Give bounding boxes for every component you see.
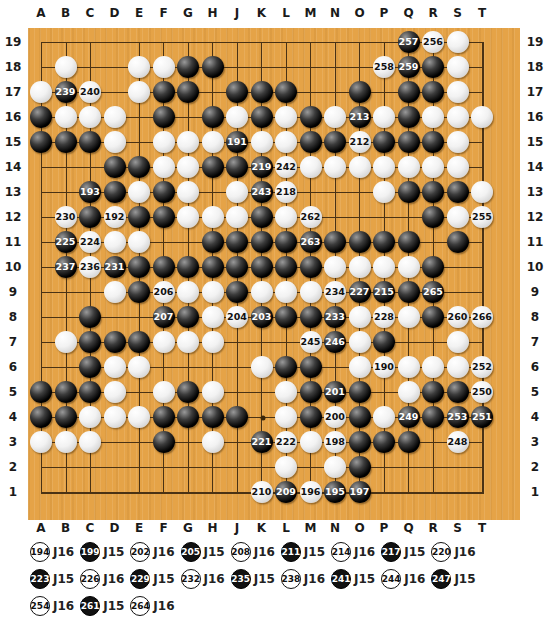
- stone-white-P14: [373, 156, 395, 178]
- stone-white-Q14: [398, 156, 420, 178]
- stone-white-M1: 196: [300, 481, 322, 503]
- col-label-top-O: O: [354, 6, 364, 20]
- stone-black-Q19: 257: [398, 31, 420, 53]
- go-diagram: AABBCCDDEEFFGGHHJJKKLLMMNNOOPPQQRRSSTT19…: [0, 0, 550, 633]
- stone-black-E12: [128, 206, 150, 228]
- stone-black-R13: [422, 181, 444, 203]
- stone-black-C5: [79, 381, 101, 403]
- stone-white-B3: [55, 431, 77, 453]
- black-move-disc-241: 241: [331, 569, 351, 589]
- black-move-disc-229: 229: [130, 569, 150, 589]
- col-label-bottom-L: L: [282, 521, 290, 535]
- stone-white-D16: [104, 106, 126, 128]
- ko-move-264: 264J16: [130, 596, 174, 616]
- stone-black-L8: [275, 306, 297, 328]
- stone-black-N1: 195: [324, 481, 346, 503]
- stone-white-B12: 230: [55, 206, 77, 228]
- ko-move-208: 208J16: [231, 542, 275, 562]
- stone-black-S4: 253: [447, 406, 469, 428]
- stone-black-Q11: [398, 231, 420, 253]
- col-label-bottom-J: J: [235, 521, 239, 535]
- black-move-disc-261: 261: [80, 596, 100, 616]
- stone-white-E13: [128, 181, 150, 203]
- stone-black-G8: [177, 306, 199, 328]
- stone-white-S3: 248: [447, 431, 469, 453]
- stone-black-H14: [202, 156, 224, 178]
- stone-white-C4: [79, 406, 101, 428]
- row-label-left-5: 5: [9, 385, 17, 399]
- stone-black-D13: [104, 181, 126, 203]
- stone-black-P11: [373, 231, 395, 253]
- row-label-left-6: 6: [9, 360, 17, 374]
- stone-white-M14: [300, 156, 322, 178]
- row-label-right-10: 10: [527, 260, 544, 274]
- stone-white-S19: [447, 31, 469, 53]
- stone-white-P6: 190: [373, 356, 395, 378]
- stone-white-E17: [128, 81, 150, 103]
- row-label-right-13: 13: [527, 185, 544, 199]
- stone-black-M8: [300, 306, 322, 328]
- row-label-right-2: 2: [531, 460, 539, 474]
- ko-move-232: 232J16: [181, 569, 225, 589]
- stone-white-G14: [177, 156, 199, 178]
- stone-white-Q8: [398, 306, 420, 328]
- stone-black-N5: 201: [324, 381, 346, 403]
- col-label-top-F: F: [159, 6, 167, 20]
- ko-move-coord: J15: [103, 599, 124, 613]
- stone-black-R12: [422, 206, 444, 228]
- stone-black-M6: [300, 356, 322, 378]
- stone-black-E14: [128, 156, 150, 178]
- ko-move-coord: J16: [153, 599, 174, 613]
- stone-white-F14: [153, 156, 175, 178]
- col-label-bottom-T: T: [478, 521, 486, 535]
- stone-black-R10: [422, 256, 444, 278]
- stone-black-P9: 215: [373, 281, 395, 303]
- ko-move-coord: J16: [53, 599, 74, 613]
- stone-white-S12: [447, 206, 469, 228]
- stone-black-E7: [128, 331, 150, 353]
- stone-black-P7: [373, 331, 395, 353]
- stone-black-J10: [226, 256, 248, 278]
- stone-white-Q10: [398, 256, 420, 278]
- black-move-disc-211: 211: [281, 542, 301, 562]
- stone-black-O2: [349, 456, 371, 478]
- stone-white-S7: [447, 331, 469, 353]
- col-label-bottom-D: D: [110, 521, 120, 535]
- col-label-bottom-K: K: [257, 521, 266, 535]
- stone-black-A5: [30, 381, 52, 403]
- stone-white-P10: [373, 256, 395, 278]
- row-label-right-7: 7: [531, 335, 539, 349]
- stone-white-N14: [324, 156, 346, 178]
- col-label-top-J: J: [235, 6, 239, 20]
- stone-black-Q3: [398, 431, 420, 453]
- ko-move-223: 223J15: [30, 569, 74, 589]
- col-label-bottom-H: H: [207, 521, 217, 535]
- black-move-disc-217: 217: [381, 542, 401, 562]
- stone-white-B7: [55, 331, 77, 353]
- stone-black-G5: [177, 381, 199, 403]
- stone-white-D4: [104, 406, 126, 428]
- stone-black-B5: [55, 381, 77, 403]
- stone-white-G9: [177, 281, 199, 303]
- ko-move-coord: J15: [103, 545, 124, 559]
- stone-white-L16: [275, 106, 297, 128]
- ko-move-coord: J16: [254, 545, 275, 559]
- col-label-top-P: P: [380, 6, 389, 20]
- white-move-disc-254: 254: [30, 596, 50, 616]
- stone-black-Q4: 249: [398, 406, 420, 428]
- stone-black-K10: [251, 256, 273, 278]
- stone-white-R19: 256: [422, 31, 444, 53]
- black-move-disc-205: 205: [181, 542, 201, 562]
- stone-white-L2: [275, 456, 297, 478]
- stone-white-N10: [324, 256, 346, 278]
- stone-black-Q13: [398, 181, 420, 203]
- ko-move-235: 235J15: [231, 569, 275, 589]
- ko-move-211: 211J15: [281, 542, 325, 562]
- ko-move-220: 220J16: [431, 542, 475, 562]
- white-move-disc-220: 220: [431, 542, 451, 562]
- ko-move-coord: J16: [103, 572, 124, 586]
- stone-white-H3: [202, 431, 224, 453]
- col-label-top-G: G: [183, 6, 193, 20]
- ko-move-coord: J15: [204, 545, 225, 559]
- stone-white-N2: [324, 456, 346, 478]
- ko-move-coord: J16: [304, 572, 325, 586]
- stone-black-D7: [104, 331, 126, 353]
- stone-black-B15: [55, 131, 77, 153]
- stone-white-A17: [30, 81, 52, 103]
- stone-black-M5: [300, 381, 322, 403]
- row-label-right-18: 18: [527, 60, 544, 74]
- stone-black-K14: 219: [251, 156, 273, 178]
- row-label-right-8: 8: [531, 310, 539, 324]
- stone-white-T13: [471, 181, 493, 203]
- row-label-right-15: 15: [527, 135, 544, 149]
- stone-black-K8: 203: [251, 306, 273, 328]
- stone-white-Q5: [398, 381, 420, 403]
- stone-white-S16: [447, 106, 469, 128]
- stone-black-Q17: [398, 81, 420, 103]
- ko-move-coord: J16: [404, 572, 425, 586]
- col-label-top-C: C: [86, 6, 95, 20]
- stone-black-T4: 251: [471, 406, 493, 428]
- stone-white-E4: [128, 406, 150, 428]
- stone-black-B11: 225: [55, 231, 77, 253]
- stone-black-A16: [30, 106, 52, 128]
- stone-black-F17: [153, 81, 175, 103]
- ko-move-244: 244J16: [381, 569, 425, 589]
- stone-black-O3: [349, 431, 371, 453]
- ko-caption-row-3: 254J16261J15264J16: [30, 594, 535, 618]
- stone-black-J11: [226, 231, 248, 253]
- ko-move-214: 214J16: [331, 542, 375, 562]
- col-label-bottom-C: C: [86, 521, 95, 535]
- stone-black-R18: [422, 56, 444, 78]
- white-move-disc-202: 202: [130, 542, 150, 562]
- black-move-disc-247: 247: [431, 569, 451, 589]
- row-label-right-6: 6: [531, 360, 539, 374]
- row-label-left-19: 19: [5, 35, 22, 49]
- stone-white-F7: [153, 331, 175, 353]
- stone-white-K6: [251, 356, 273, 378]
- col-label-bottom-P: P: [380, 521, 389, 535]
- col-label-top-M: M: [305, 6, 317, 20]
- col-label-top-E: E: [135, 6, 143, 20]
- stone-black-R5: [422, 381, 444, 403]
- stone-black-N11: [324, 231, 346, 253]
- stone-white-J8: 204: [226, 306, 248, 328]
- col-label-top-B: B: [61, 6, 70, 20]
- ko-move-coord: J15: [254, 572, 275, 586]
- stone-white-K1: 210: [251, 481, 273, 503]
- stone-black-C8: [79, 306, 101, 328]
- stone-white-A3: [30, 431, 52, 453]
- stone-white-T8: 266: [471, 306, 493, 328]
- ko-move-241: 241J15: [331, 569, 375, 589]
- stone-white-H7: [202, 331, 224, 353]
- stone-white-M7: 245: [300, 331, 322, 353]
- row-label-right-3: 3: [531, 435, 539, 449]
- row-label-right-14: 14: [527, 160, 544, 174]
- stone-black-O11: [349, 231, 371, 253]
- stone-black-N8: 233: [324, 306, 346, 328]
- stone-white-D12: 192: [104, 206, 126, 228]
- ko-move-coord: J16: [204, 572, 225, 586]
- stone-black-J17: [226, 81, 248, 103]
- stone-black-M4: [300, 406, 322, 428]
- ko-move-coord: J16: [354, 545, 375, 559]
- stone-black-P3: [373, 431, 395, 453]
- stone-white-K15: [251, 131, 273, 153]
- row-label-left-2: 2: [9, 460, 17, 474]
- stone-white-S14: [447, 156, 469, 178]
- row-label-left-1: 1: [9, 485, 17, 499]
- stone-black-K12: [251, 206, 273, 228]
- ko-move-coord: J15: [404, 545, 425, 559]
- stone-white-E6: [128, 356, 150, 378]
- ko-move-194: 194J16: [30, 542, 74, 562]
- stone-black-H16: [202, 106, 224, 128]
- stone-black-K16: [251, 106, 273, 128]
- stone-white-F15: [153, 131, 175, 153]
- row-label-left-10: 10: [5, 260, 22, 274]
- stone-white-L15: [275, 131, 297, 153]
- stone-white-C11: 224: [79, 231, 101, 253]
- stone-black-N7: 246: [324, 331, 346, 353]
- stone-black-F8: 207: [153, 306, 175, 328]
- stone-black-F3: [153, 431, 175, 453]
- stone-white-E18: [128, 56, 150, 78]
- stone-white-Q6: [398, 356, 420, 378]
- stone-white-O15: 212: [349, 131, 371, 153]
- black-move-disc-235: 235: [231, 569, 251, 589]
- col-label-top-K: K: [257, 6, 266, 20]
- stone-black-C7: [79, 331, 101, 353]
- stone-black-R15: [422, 131, 444, 153]
- stone-black-O16: 213: [349, 106, 371, 128]
- stone-white-L4: [275, 406, 297, 428]
- stone-white-P4: [373, 406, 395, 428]
- col-label-bottom-O: O: [354, 521, 364, 535]
- col-label-top-L: L: [282, 6, 290, 20]
- ko-move-202: 202J16: [130, 542, 174, 562]
- white-move-disc-226: 226: [80, 569, 100, 589]
- stone-black-F12: [153, 206, 175, 228]
- stone-white-H8: [202, 306, 224, 328]
- stone-black-R9: 265: [422, 281, 444, 303]
- stone-white-B16: [55, 106, 77, 128]
- white-move-disc-208: 208: [231, 542, 251, 562]
- stone-white-C17: 240: [79, 81, 101, 103]
- stone-white-T16: [471, 106, 493, 128]
- stone-black-Q16: [398, 106, 420, 128]
- col-label-bottom-B: B: [61, 521, 70, 535]
- stone-black-B4: [55, 406, 77, 428]
- stone-white-M12: 262: [300, 206, 322, 228]
- stone-white-C10: 236: [79, 256, 101, 278]
- stone-white-L5: [275, 381, 297, 403]
- col-label-top-S: S: [453, 6, 462, 20]
- stone-black-J14: [226, 156, 248, 178]
- stone-white-R14: [422, 156, 444, 178]
- stone-black-S11: [447, 231, 469, 253]
- stone-white-D5: [104, 381, 126, 403]
- col-label-top-N: N: [330, 6, 340, 20]
- stone-black-C12: [79, 206, 101, 228]
- ko-move-205: 205J15: [181, 542, 225, 562]
- col-label-top-A: A: [36, 6, 45, 20]
- row-label-left-17: 17: [5, 85, 22, 99]
- row-label-right-17: 17: [527, 85, 544, 99]
- stone-white-H15: [202, 131, 224, 153]
- col-label-bottom-S: S: [453, 521, 462, 535]
- row-label-left-13: 13: [5, 185, 22, 199]
- row-label-right-5: 5: [531, 385, 539, 399]
- stone-black-K11: [251, 231, 273, 253]
- row-label-left-4: 4: [9, 410, 17, 424]
- stone-black-Q18: 259: [398, 56, 420, 78]
- ko-move-coord: J15: [454, 572, 475, 586]
- row-label-left-16: 16: [5, 110, 22, 124]
- stone-white-H12: [202, 206, 224, 228]
- black-move-disc-199: 199: [80, 542, 100, 562]
- row-label-right-11: 11: [527, 235, 544, 249]
- stone-white-P18: 258: [373, 56, 395, 78]
- ko-move-coord: J15: [153, 572, 174, 586]
- stone-black-C15: [79, 131, 101, 153]
- stone-black-F16: [153, 106, 175, 128]
- stone-black-M16: [300, 106, 322, 128]
- stone-black-K13: 243: [251, 181, 273, 203]
- stone-black-H11: [202, 231, 224, 253]
- stone-black-Q9: [398, 281, 420, 303]
- ko-move-238: 238J16: [281, 569, 325, 589]
- stone-white-M9: [300, 281, 322, 303]
- col-label-top-T: T: [478, 6, 486, 20]
- col-label-bottom-R: R: [428, 521, 437, 535]
- stone-black-J15: 191: [226, 131, 248, 153]
- stone-black-O4: [349, 406, 371, 428]
- ko-move-261: 261J15: [80, 596, 124, 616]
- ko-move-coord: J16: [454, 545, 475, 559]
- stone-black-A15: [30, 131, 52, 153]
- white-move-disc-214: 214: [331, 542, 351, 562]
- stone-black-C6: [79, 356, 101, 378]
- stone-white-G7: [177, 331, 199, 353]
- row-label-right-9: 9: [531, 285, 539, 299]
- stone-white-S17: [447, 81, 469, 103]
- stone-black-K17: [251, 81, 273, 103]
- stone-white-O7: [349, 331, 371, 353]
- stone-white-L14: 242: [275, 156, 297, 178]
- stone-white-L13: 218: [275, 181, 297, 203]
- stone-white-S6: [447, 356, 469, 378]
- stone-black-Q15: [398, 131, 420, 153]
- stone-white-G15: [177, 131, 199, 153]
- stone-black-J4: [226, 406, 248, 428]
- col-label-bottom-G: G: [183, 521, 193, 535]
- stone-black-M11: 263: [300, 231, 322, 253]
- stone-white-D11: [104, 231, 126, 253]
- stone-black-L1: 209: [275, 481, 297, 503]
- stone-black-S13: [447, 181, 469, 203]
- stone-white-T5: 250: [471, 381, 493, 403]
- stone-black-E10: [128, 256, 150, 278]
- stone-white-N9: 234: [324, 281, 346, 303]
- stone-white-K9: [251, 281, 273, 303]
- stone-white-C3: [79, 431, 101, 453]
- row-label-left-3: 3: [9, 435, 17, 449]
- stone-black-D10: 231: [104, 256, 126, 278]
- stone-black-L11: [275, 231, 297, 253]
- row-label-left-9: 9: [9, 285, 17, 299]
- stone-black-E9: [128, 281, 150, 303]
- stone-black-A4: [30, 406, 52, 428]
- stone-black-B17: 239: [55, 81, 77, 103]
- stone-black-M15: [300, 131, 322, 153]
- stone-black-F13: [153, 181, 175, 203]
- stone-white-R6: [422, 356, 444, 378]
- ko-move-254: 254J16: [30, 596, 74, 616]
- stone-black-D14: [104, 156, 126, 178]
- stone-black-G17: [177, 81, 199, 103]
- ko-move-coord: J15: [354, 572, 375, 586]
- stone-white-S18: [447, 56, 469, 78]
- row-label-left-15: 15: [5, 135, 22, 149]
- stone-white-P13: [373, 181, 395, 203]
- stone-white-M3: [300, 431, 322, 453]
- stone-black-S5: [447, 381, 469, 403]
- stone-white-N4: 200: [324, 406, 346, 428]
- row-label-right-4: 4: [531, 410, 539, 424]
- ko-move-coord: J15: [304, 545, 325, 559]
- stone-white-B18: [55, 56, 77, 78]
- stone-white-O6: [349, 356, 371, 378]
- stone-white-H5: [202, 381, 224, 403]
- stone-white-D9: [104, 281, 126, 303]
- stone-white-N16: [324, 106, 346, 128]
- stone-black-R8: [422, 306, 444, 328]
- col-label-top-H: H: [207, 6, 217, 20]
- row-label-right-16: 16: [527, 110, 544, 124]
- stone-black-G4: [177, 406, 199, 428]
- col-label-top-Q: Q: [403, 6, 413, 20]
- stone-black-O1: 197: [349, 481, 371, 503]
- stone-white-N3: 198: [324, 431, 346, 453]
